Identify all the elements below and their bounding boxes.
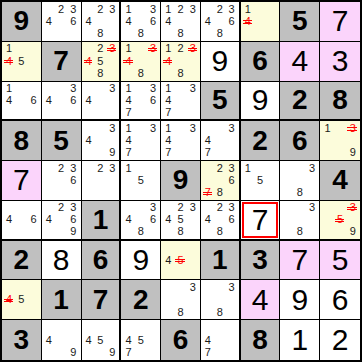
- cell-r9c3[interactable]: 459: [82, 320, 122, 360]
- candidate-3: 3: [67, 83, 79, 95]
- cell-r4c1[interactable]: 8: [2, 121, 42, 161]
- empty-mark: [83, 67, 95, 79]
- empty-mark: [83, 162, 95, 174]
- empty-mark: [254, 15, 266, 27]
- cell-r5c6[interactable]: 23678: [201, 161, 241, 201]
- cell-r3c3[interactable]: 34: [82, 82, 122, 122]
- empty-mark: [67, 321, 79, 334]
- cell-r6c5[interactable]: 23458: [161, 201, 201, 241]
- cell-r6c2[interactable]: 23469: [42, 201, 82, 241]
- empty-mark: [334, 226, 347, 238]
- cell-r8c6[interactable]: 38: [201, 280, 241, 320]
- empty-mark: [3, 306, 15, 318]
- candidate-4: 4: [43, 94, 55, 106]
- empty-mark: [254, 3, 266, 15]
- candidate-1: 1: [321, 122, 334, 134]
- eliminated-candidate-4: 4: [83, 55, 95, 67]
- cell-r2c8[interactable]: 4: [280, 42, 320, 82]
- pencil-marks: 139: [321, 122, 359, 159]
- empty-mark: [106, 187, 118, 199]
- cell-r9c5[interactable]: 6: [161, 320, 201, 360]
- empty-mark: [67, 28, 79, 40]
- candidate-4: 4: [3, 214, 15, 226]
- given-digit: 7: [93, 286, 109, 314]
- solved-digit: 7: [13, 165, 30, 195]
- empty-mark: [202, 162, 214, 174]
- cell-r7c3[interactable]: 6: [82, 241, 122, 281]
- cell-r5c3[interactable]: 23: [82, 161, 122, 201]
- empty-mark: [174, 294, 186, 306]
- empty-mark: [214, 174, 226, 186]
- cell-r9c6[interactable]: 47: [201, 320, 241, 360]
- empty-mark: [321, 226, 334, 238]
- cell-r3c2[interactable]: 346: [42, 82, 82, 122]
- empty-mark: [254, 162, 266, 174]
- cell-r3c5[interactable]: 1347: [161, 82, 201, 122]
- solved-digit: 4: [252, 285, 269, 315]
- cell-r3c1[interactable]: 146: [2, 82, 42, 122]
- cell-r5c9[interactable]: 4: [320, 161, 360, 201]
- empty-mark: [174, 242, 186, 254]
- candidate-7: 7: [122, 346, 134, 359]
- empty-mark: [55, 334, 67, 347]
- empty-mark: [94, 83, 106, 95]
- empty-mark: [94, 15, 106, 27]
- pencil-marks: 38: [281, 202, 318, 238]
- empty-mark: [174, 147, 186, 159]
- empty-mark: [135, 94, 147, 106]
- empty-mark: [43, 28, 55, 40]
- cell-r4c9[interactable]: 139: [320, 121, 360, 161]
- pencil-marks: 459: [83, 321, 119, 359]
- candidate-1: 1: [162, 3, 174, 15]
- cell-r8c7[interactable]: 4: [241, 280, 281, 320]
- cell-r1c2[interactable]: 2346: [42, 2, 82, 42]
- candidate-6: 6: [147, 94, 159, 106]
- solved-digit: 8: [53, 245, 70, 275]
- given-digit: 8: [332, 86, 348, 114]
- cell-r5c2[interactable]: 236: [42, 161, 82, 201]
- cell-r2c3[interactable]: 23458: [82, 42, 122, 82]
- empty-mark: [122, 67, 134, 79]
- cell-r1c5[interactable]: 12348: [161, 2, 201, 42]
- candidate-3: 3: [306, 162, 318, 174]
- empty-mark: [3, 281, 15, 293]
- sudoku-board: 9234623481346812348234681457145723458134…: [0, 0, 362, 362]
- candidate-4: 4: [202, 334, 214, 347]
- empty-mark: [306, 187, 318, 199]
- empty-mark: [202, 202, 214, 214]
- empty-mark: [3, 106, 15, 118]
- cell-r4c6[interactable]: 347: [201, 121, 241, 161]
- candidate-2: 2: [55, 202, 67, 214]
- cell-r6c9[interactable]: 359: [320, 201, 360, 241]
- empty-mark: [174, 266, 186, 278]
- given-digit: 8: [14, 127, 30, 155]
- empty-mark: [266, 3, 278, 15]
- cell-r7c8[interactable]: 7: [280, 241, 320, 281]
- given-digit: 1: [53, 286, 69, 314]
- pencil-marks: 346: [43, 83, 80, 119]
- empty-mark: [294, 202, 306, 214]
- empty-mark: [334, 147, 347, 159]
- cell-r1c9[interactable]: 7: [320, 2, 360, 42]
- empty-mark: [135, 55, 147, 67]
- empty-mark: [147, 67, 159, 79]
- cell-r1c8[interactable]: 5: [280, 2, 320, 42]
- empty-mark: [94, 122, 106, 134]
- cell-r9c1[interactable]: 3: [2, 320, 42, 360]
- empty-mark: [122, 226, 134, 238]
- cell-r5c7[interactable]: 15: [241, 161, 281, 201]
- candidate-3: 3: [147, 3, 159, 15]
- empty-mark: [321, 202, 334, 214]
- pencil-marks: 2348: [83, 3, 119, 40]
- empty-mark: [202, 281, 214, 293]
- cell-r5c1[interactable]: 7: [2, 161, 42, 201]
- solved-digit: 7: [252, 205, 269, 235]
- pencil-marks: 46: [3, 202, 40, 238]
- pencil-marks: 145: [3, 43, 40, 80]
- candidate-1: 1: [242, 3, 254, 15]
- candidate-4: 4: [83, 135, 95, 147]
- cell-r3c6[interactable]: 5: [201, 82, 241, 122]
- candidate-8: 8: [214, 28, 226, 40]
- empty-mark: [162, 28, 174, 40]
- empty-mark: [135, 122, 147, 134]
- empty-mark: [43, 106, 55, 118]
- cell-r3c8[interactable]: 2: [280, 82, 320, 122]
- cell-r2c1[interactable]: 145: [2, 42, 42, 82]
- cell-r8c8[interactable]: 9: [280, 280, 320, 320]
- empty-mark: [214, 346, 226, 359]
- empty-mark: [43, 187, 55, 199]
- empty-mark: [94, 187, 106, 199]
- candidate-3: 3: [226, 122, 238, 134]
- empty-mark: [281, 174, 293, 186]
- empty-mark: [15, 214, 27, 226]
- candidate-1: 1: [162, 122, 174, 134]
- candidate-7: 7: [162, 106, 174, 118]
- solved-digit: 3: [332, 46, 349, 76]
- empty-mark: [147, 321, 159, 334]
- candidate-1: 1: [122, 162, 134, 174]
- candidate-6: 6: [67, 174, 79, 186]
- candidate-1: 1: [242, 162, 254, 174]
- candidate-5: 5: [15, 294, 27, 306]
- given-digit: 5: [53, 127, 69, 155]
- empty-mark: [202, 294, 214, 306]
- cell-r7c2[interactable]: 8: [42, 241, 82, 281]
- cell-r8c3[interactable]: 7: [82, 280, 122, 320]
- candidate-3: 3: [187, 281, 199, 293]
- empty-mark: [174, 55, 186, 67]
- candidate-3: 3: [106, 3, 118, 15]
- empty-mark: [106, 106, 118, 118]
- candidate-7: 7: [202, 346, 214, 359]
- eliminated-candidate-3: 3: [187, 43, 199, 55]
- pencil-marks: 15: [242, 162, 279, 199]
- empty-mark: [281, 226, 293, 238]
- cell-r5c5[interactable]: 9: [161, 161, 201, 201]
- empty-mark: [106, 334, 118, 347]
- empty-mark: [187, 226, 199, 238]
- cell-r9c7[interactable]: 8: [241, 320, 281, 360]
- empty-mark: [202, 3, 214, 15]
- candidate-5: 5: [135, 174, 147, 186]
- candidate-4: 4: [162, 214, 174, 226]
- candidate-7: 7: [122, 147, 134, 159]
- cell-r3c4[interactable]: 13467: [121, 82, 161, 122]
- pencil-marks: 2346: [43, 3, 80, 40]
- empty-mark: [106, 94, 118, 106]
- candidate-1: 1: [162, 83, 174, 95]
- empty-mark: [147, 162, 159, 174]
- empty-mark: [122, 174, 134, 186]
- cell-r1c6[interactable]: 23468: [201, 2, 241, 42]
- empty-mark: [83, 122, 95, 134]
- empty-mark: [147, 334, 159, 347]
- empty-mark: [122, 321, 134, 334]
- pencil-marks: 23458: [162, 202, 199, 238]
- candidate-4: 4: [122, 334, 134, 347]
- cell-r3c7[interactable]: 9: [241, 82, 281, 122]
- empty-mark: [43, 346, 55, 359]
- cell-r9c2[interactable]: 49: [42, 320, 82, 360]
- empty-mark: [147, 187, 159, 199]
- cell-r8c5[interactable]: 38: [161, 280, 201, 320]
- cell-r3c9[interactable]: 8: [320, 82, 360, 122]
- cell-r9c8[interactable]: 1: [280, 320, 320, 360]
- empty-mark: [162, 306, 174, 318]
- cell-r4c5[interactable]: 1347: [161, 121, 201, 161]
- cell-r5c4[interactable]: 15: [121, 161, 161, 201]
- cell-r2c5[interactable]: 12348: [161, 42, 201, 82]
- empty-mark: [83, 321, 95, 334]
- empty-mark: [266, 174, 278, 186]
- empty-mark: [94, 346, 106, 359]
- empty-mark: [346, 214, 359, 226]
- candidate-8: 8: [214, 306, 226, 318]
- empty-mark: [202, 28, 214, 40]
- empty-mark: [294, 214, 306, 226]
- cell-r5c8[interactable]: 38: [280, 161, 320, 201]
- empty-mark: [83, 346, 95, 359]
- solved-digit: 7: [291, 245, 308, 275]
- cell-r6c8[interactable]: 38: [280, 201, 320, 241]
- candidate-6: 6: [28, 94, 40, 106]
- solved-digit: 9: [132, 245, 149, 275]
- cell-r7c6[interactable]: 1: [201, 241, 241, 281]
- empty-mark: [122, 28, 134, 40]
- empty-mark: [55, 226, 67, 238]
- eliminated-candidate-4: 4: [122, 55, 134, 67]
- empty-mark: [226, 147, 238, 159]
- given-digit: 3: [252, 246, 268, 274]
- empty-mark: [83, 147, 95, 159]
- candidate-3: 3: [187, 122, 199, 134]
- empty-mark: [242, 187, 254, 199]
- empty-mark: [226, 28, 238, 40]
- empty-mark: [187, 67, 199, 79]
- empty-mark: [28, 83, 40, 95]
- empty-mark: [162, 242, 174, 254]
- candidate-3: 3: [187, 83, 199, 95]
- candidate-8: 8: [135, 67, 147, 79]
- candidate-9: 9: [67, 226, 79, 238]
- cell-r8c9[interactable]: 6: [320, 280, 360, 320]
- candidate-6: 6: [28, 214, 40, 226]
- eliminated-candidate-3: 3: [147, 43, 159, 55]
- empty-mark: [135, 15, 147, 27]
- cell-r1c1[interactable]: 9: [2, 2, 42, 42]
- empty-mark: [242, 174, 254, 186]
- cell-r9c9[interactable]: 2: [320, 320, 360, 360]
- cell-r6c7[interactable]: 7: [241, 201, 281, 241]
- cell-r8c2[interactable]: 1: [42, 280, 82, 320]
- cell-r6c1[interactable]: 46: [2, 201, 42, 241]
- empty-mark: [15, 94, 27, 106]
- empty-mark: [321, 135, 334, 147]
- empty-mark: [162, 202, 174, 214]
- cell-r7c5[interactable]: 45: [161, 241, 201, 281]
- cell-r4c4[interactable]: 1347: [121, 121, 161, 161]
- empty-mark: [226, 334, 238, 347]
- pencil-marks: 347: [202, 122, 238, 159]
- candidate-4: 4: [162, 15, 174, 27]
- empty-mark: [43, 3, 55, 15]
- empty-mark: [135, 147, 147, 159]
- empty-mark: [83, 43, 95, 55]
- cell-r4c8[interactable]: 6: [280, 121, 320, 161]
- empty-mark: [174, 83, 186, 95]
- empty-mark: [55, 28, 67, 40]
- cell-r2c2[interactable]: 7: [42, 42, 82, 82]
- candidate-8: 8: [174, 67, 186, 79]
- empty-mark: [214, 135, 226, 147]
- cell-r7c7[interactable]: 3: [241, 241, 281, 281]
- empty-mark: [122, 202, 134, 214]
- empty-mark: [254, 187, 266, 199]
- empty-mark: [147, 28, 159, 40]
- empty-mark: [106, 15, 118, 27]
- pencil-marks: 23678: [202, 162, 238, 199]
- candidate-4: 4: [162, 135, 174, 147]
- cell-r8c1[interactable]: 45: [2, 280, 42, 320]
- candidate-4: 4: [43, 214, 55, 226]
- pencil-marks: 13467: [122, 83, 159, 119]
- empty-mark: [135, 3, 147, 15]
- empty-mark: [135, 135, 147, 147]
- cell-r4c7[interactable]: 2: [241, 121, 281, 161]
- empty-mark: [187, 55, 199, 67]
- empty-mark: [266, 28, 278, 40]
- empty-mark: [94, 94, 106, 106]
- eliminated-candidate-4: 4: [242, 15, 254, 27]
- given-digit: 9: [173, 166, 189, 194]
- solved-digit: 5: [332, 245, 349, 275]
- empty-mark: [15, 67, 27, 79]
- cell-r1c7[interactable]: 14: [241, 2, 281, 42]
- empty-mark: [174, 281, 186, 293]
- empty-mark: [306, 214, 318, 226]
- candidate-5: 5: [174, 214, 186, 226]
- cell-r4c2[interactable]: 5: [42, 121, 82, 161]
- candidate-1: 1: [3, 83, 15, 95]
- empty-mark: [202, 226, 214, 238]
- empty-mark: [334, 122, 347, 134]
- cell-r8c4[interactable]: 2: [121, 280, 161, 320]
- cell-r7c4[interactable]: 9: [121, 241, 161, 281]
- candidate-3: 3: [306, 202, 318, 214]
- empty-mark: [3, 226, 15, 238]
- solved-digit: 9: [291, 285, 308, 315]
- cell-r2c7[interactable]: 6: [241, 42, 281, 82]
- candidate-4: 4: [122, 15, 134, 27]
- empty-mark: [226, 346, 238, 359]
- cell-r6c6[interactable]: 23468: [201, 201, 241, 241]
- candidate-6: 6: [67, 15, 79, 27]
- cell-r2c6[interactable]: 9: [201, 42, 241, 82]
- empty-mark: [294, 162, 306, 174]
- candidate-6: 6: [67, 214, 79, 226]
- empty-mark: [15, 106, 27, 118]
- candidate-9: 9: [346, 147, 359, 159]
- pencil-marks: 3468: [122, 202, 159, 238]
- empty-mark: [43, 162, 55, 174]
- empty-mark: [214, 321, 226, 334]
- empty-mark: [55, 346, 67, 359]
- pencil-marks: 13468: [122, 3, 159, 40]
- pencil-marks: 146: [3, 83, 40, 119]
- empty-mark: [281, 214, 293, 226]
- cell-r7c9[interactable]: 5: [320, 241, 360, 281]
- cell-r6c4[interactable]: 3468: [121, 201, 161, 241]
- cell-r9c4[interactable]: 457: [121, 320, 161, 360]
- pencil-marks: 34: [83, 83, 119, 119]
- candidate-2: 2: [174, 43, 186, 55]
- cell-r7c1[interactable]: 2: [2, 241, 42, 281]
- eliminated-candidate-5: 5: [174, 254, 186, 266]
- cell-r4c3[interactable]: 349: [82, 121, 122, 161]
- candidate-3: 3: [147, 202, 159, 214]
- empty-mark: [43, 202, 55, 214]
- cell-r1c3[interactable]: 2348: [82, 2, 122, 42]
- candidate-4: 4: [3, 94, 15, 106]
- empty-mark: [254, 28, 266, 40]
- candidate-4: 4: [83, 15, 95, 27]
- empty-mark: [55, 214, 67, 226]
- candidate-4: 4: [202, 135, 214, 147]
- pencil-marks: 23458: [83, 43, 119, 80]
- cell-r6c3[interactable]: 1: [82, 201, 122, 241]
- candidate-1: 1: [122, 3, 134, 15]
- pencil-marks: 457: [122, 321, 159, 359]
- cell-r1c4[interactable]: 13468: [121, 2, 161, 42]
- empty-mark: [321, 214, 334, 226]
- pencil-marks: 23468: [202, 3, 238, 40]
- candidate-5: 5: [15, 55, 27, 67]
- candidate-3: 3: [106, 122, 118, 134]
- empty-mark: [334, 202, 347, 214]
- cell-r2c4[interactable]: 1348: [121, 42, 161, 82]
- given-digit: 2: [292, 86, 308, 114]
- cell-r2c9[interactable]: 3: [320, 42, 360, 82]
- given-digit: 8: [252, 326, 268, 354]
- empty-mark: [43, 83, 55, 95]
- candidate-2: 2: [174, 202, 186, 214]
- candidate-7: 7: [162, 147, 174, 159]
